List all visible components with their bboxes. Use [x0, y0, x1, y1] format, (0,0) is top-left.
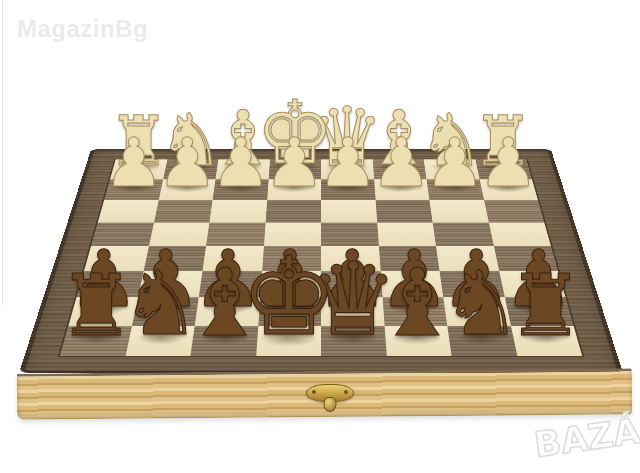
piece-white-pawn[interactable]: ♟	[211, 129, 272, 197]
piece-white-pawn[interactable]: ♟	[424, 129, 485, 197]
clasp-knob	[324, 397, 337, 412]
piece-white-pawn[interactable]: ♟	[371, 129, 432, 197]
brass-clasp-icon	[306, 384, 354, 402]
piece-white-pawn[interactable]: ♟	[478, 129, 539, 197]
piece-white-pawn[interactable]: ♟	[104, 129, 165, 197]
piece-white-pawn[interactable]: ♟	[157, 129, 218, 197]
piece-black-rook[interactable]: ♜	[58, 264, 134, 349]
product-photo: MagazinBg ♜♞♝♛♚♝♞♜♟♟♟♟♟♟♟♟♟♟♟♟♟♟♟♟♜♞♝♛♚♝…	[0, 0, 640, 473]
pieces-layer: ♜♞♝♛♚♝♞♜♟♟♟♟♟♟♟♟♟♟♟♟♟♟♟♟♜♞♝♛♚♝♞♜	[0, 0, 640, 473]
piece-white-pawn[interactable]: ♟	[264, 129, 325, 197]
watermark-magazinbg: MagazinBg	[17, 15, 148, 43]
piece-white-pawn[interactable]: ♟	[317, 129, 378, 197]
